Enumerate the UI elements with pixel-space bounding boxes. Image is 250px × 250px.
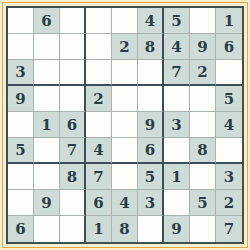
cell-r9c9[interactable]: 7 [216,216,242,242]
cell-r9c1[interactable]: 6 [8,216,34,242]
cell-r5c3[interactable]: 6 [60,112,86,138]
cell-r4c4[interactable]: 2 [86,86,112,112]
cell-r3c6[interactable] [138,60,164,86]
cell-r2c8[interactable]: 9 [190,34,216,60]
cell-r3c8[interactable]: 2 [190,60,216,86]
cell-r7c4[interactable]: 7 [86,164,112,190]
cell-r7c3[interactable]: 8 [60,164,86,190]
cell-r6c2[interactable] [34,138,60,164]
cell-r7c1[interactable] [8,164,34,190]
cell-r5c6[interactable]: 9 [138,112,164,138]
cell-r9c6[interactable] [138,216,164,242]
cell-r5c5[interactable] [112,112,138,138]
cell-r4c8[interactable] [190,86,216,112]
cell-r4c2[interactable] [34,86,60,112]
cell-r9c8[interactable] [190,216,216,242]
cell-r4c6[interactable] [138,86,164,112]
cell-r3c9[interactable] [216,60,242,86]
cell-r8c4[interactable]: 6 [86,190,112,216]
cell-r2c2[interactable] [34,34,60,60]
cell-r4c3[interactable] [60,86,86,112]
cell-r1c5[interactable] [112,8,138,34]
cell-r7c9[interactable]: 3 [216,164,242,190]
cell-r6c8[interactable]: 8 [190,138,216,164]
cell-r2c3[interactable] [60,34,86,60]
cell-r3c7[interactable]: 7 [164,60,190,86]
cell-r8c9[interactable]: 2 [216,190,242,216]
cell-r9c4[interactable]: 1 [86,216,112,242]
cell-r1c9[interactable]: 1 [216,8,242,34]
cell-r7c6[interactable]: 5 [138,164,164,190]
cell-r9c7[interactable]: 9 [164,216,190,242]
cell-r2c4[interactable] [86,34,112,60]
cell-r8c7[interactable] [164,190,190,216]
cell-r6c6[interactable]: 6 [138,138,164,164]
cell-r6c7[interactable] [164,138,190,164]
cell-r1c3[interactable] [60,8,86,34]
cell-r6c4[interactable]: 4 [86,138,112,164]
cell-r1c1[interactable] [8,8,34,34]
cell-r4c9[interactable]: 5 [216,86,242,112]
cell-r4c5[interactable] [112,86,138,112]
cell-r3c2[interactable] [34,60,60,86]
cell-r2c6[interactable]: 8 [138,34,164,60]
cell-r5c2[interactable]: 1 [34,112,60,138]
cell-r8c6[interactable]: 3 [138,190,164,216]
cell-r2c9[interactable]: 6 [216,34,242,60]
cell-r4c1[interactable]: 9 [8,86,34,112]
cell-r1c7[interactable]: 5 [164,8,190,34]
cell-r5c9[interactable]: 4 [216,112,242,138]
cell-r7c8[interactable] [190,164,216,190]
cell-r5c4[interactable] [86,112,112,138]
cell-r2c7[interactable]: 4 [164,34,190,60]
cell-r7c5[interactable] [112,164,138,190]
cell-r8c3[interactable] [60,190,86,216]
cell-r2c5[interactable]: 2 [112,34,138,60]
cell-r9c5[interactable]: 8 [112,216,138,242]
cell-r8c2[interactable]: 9 [34,190,60,216]
cell-r5c8[interactable] [190,112,216,138]
cell-r6c1[interactable]: 5 [8,138,34,164]
cell-r2c1[interactable] [8,34,34,60]
cell-r7c2[interactable] [34,164,60,190]
cell-r9c2[interactable] [34,216,60,242]
cell-r8c1[interactable] [8,190,34,216]
cell-r1c4[interactable] [86,8,112,34]
cell-r3c3[interactable] [60,60,86,86]
cell-r4c7[interactable] [164,86,190,112]
cell-r1c8[interactable] [190,8,216,34]
cell-r1c2[interactable]: 6 [34,8,60,34]
cell-r6c5[interactable] [112,138,138,164]
cell-r5c7[interactable]: 3 [164,112,190,138]
cell-r5c1[interactable] [8,112,34,138]
cell-r9c3[interactable] [60,216,86,242]
cell-r6c3[interactable]: 7 [60,138,86,164]
cell-r3c5[interactable] [112,60,138,86]
sudoku-board: 6451284963729251693457468875139643526189… [6,6,244,244]
cell-r7c7[interactable]: 1 [164,164,190,190]
sudoku-frame: 6451284963729251693457468875139643526189… [0,0,250,250]
cell-r6c9[interactable] [216,138,242,164]
cell-r3c4[interactable] [86,60,112,86]
cell-r8c8[interactable]: 5 [190,190,216,216]
cell-r3c1[interactable]: 3 [8,60,34,86]
cell-r8c5[interactable]: 4 [112,190,138,216]
cell-r1c6[interactable]: 4 [138,8,164,34]
